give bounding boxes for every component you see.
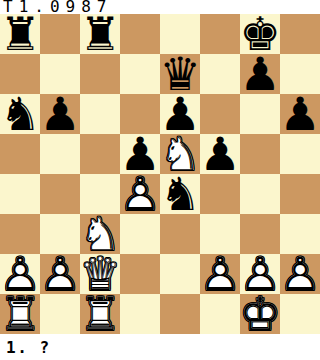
square-a6[interactable]: ♞ xyxy=(0,94,40,134)
square-d1[interactable] xyxy=(120,294,160,334)
black-pawn: ♟ xyxy=(40,94,80,134)
white-rook-outline: ♖ xyxy=(0,294,40,334)
square-b1[interactable] xyxy=(40,294,80,334)
square-g3[interactable] xyxy=(240,214,280,254)
square-f6[interactable] xyxy=(200,94,240,134)
square-a1[interactable]: ♜♖ xyxy=(0,294,40,334)
white-pawn: ♟ xyxy=(280,254,320,294)
white-king-outline: ♔ xyxy=(240,294,280,334)
square-f8[interactable] xyxy=(200,14,240,54)
black-queen: ♛ xyxy=(160,54,200,94)
square-e2[interactable] xyxy=(160,254,200,294)
white-knight-outline: ♘ xyxy=(160,134,200,174)
square-b4[interactable] xyxy=(40,174,80,214)
square-h2[interactable]: ♟♙ xyxy=(280,254,320,294)
square-g2[interactable]: ♟♙ xyxy=(240,254,280,294)
square-a5[interactable] xyxy=(0,134,40,174)
square-h8[interactable] xyxy=(280,14,320,54)
square-a4[interactable] xyxy=(0,174,40,214)
square-b5[interactable] xyxy=(40,134,80,174)
square-h4[interactable] xyxy=(280,174,320,214)
square-b6[interactable]: ♟ xyxy=(40,94,80,134)
square-f1[interactable] xyxy=(200,294,240,334)
white-rook: ♜ xyxy=(0,294,40,334)
square-d4[interactable]: ♟♙ xyxy=(120,174,160,214)
square-e6[interactable]: ♟ xyxy=(160,94,200,134)
square-a2[interactable]: ♟♙ xyxy=(0,254,40,294)
square-d3[interactable] xyxy=(120,214,160,254)
white-pawn-outline: ♙ xyxy=(240,254,280,294)
white-pawn-outline: ♙ xyxy=(120,174,160,214)
black-pawn: ♟ xyxy=(240,54,280,94)
black-pawn: ♟ xyxy=(200,134,240,174)
white-queen-outline: ♕ xyxy=(80,254,120,294)
white-pawn-outline: ♙ xyxy=(280,254,320,294)
white-rook-outline: ♖ xyxy=(80,294,120,334)
white-rook: ♜ xyxy=(80,294,120,334)
square-f4[interactable] xyxy=(200,174,240,214)
puzzle-id: T1.0987 xyxy=(0,0,320,14)
black-rook: ♜ xyxy=(80,14,120,54)
square-c2[interactable]: ♛♕ xyxy=(80,254,120,294)
square-e8[interactable] xyxy=(160,14,200,54)
white-knight: ♞ xyxy=(160,134,200,174)
square-g7[interactable]: ♟ xyxy=(240,54,280,94)
square-c8[interactable]: ♜ xyxy=(80,14,120,54)
square-g1[interactable]: ♚♔ xyxy=(240,294,280,334)
square-a7[interactable] xyxy=(0,54,40,94)
square-g4[interactable] xyxy=(240,174,280,214)
square-d7[interactable] xyxy=(120,54,160,94)
square-e5[interactable]: ♞♘ xyxy=(160,134,200,174)
square-e1[interactable] xyxy=(160,294,200,334)
square-h6[interactable]: ♟ xyxy=(280,94,320,134)
black-knight: ♞ xyxy=(160,174,200,214)
square-e4[interactable]: ♞ xyxy=(160,174,200,214)
square-c4[interactable] xyxy=(80,174,120,214)
square-h7[interactable] xyxy=(280,54,320,94)
square-c5[interactable] xyxy=(80,134,120,174)
square-f7[interactable] xyxy=(200,54,240,94)
white-pawn-outline: ♙ xyxy=(40,254,80,294)
square-c6[interactable] xyxy=(80,94,120,134)
square-b7[interactable] xyxy=(40,54,80,94)
square-d2[interactable] xyxy=(120,254,160,294)
square-c1[interactable]: ♜♖ xyxy=(80,294,120,334)
white-pawn-outline: ♙ xyxy=(200,254,240,294)
square-h1[interactable] xyxy=(280,294,320,334)
white-queen: ♛ xyxy=(80,254,120,294)
square-b8[interactable] xyxy=(40,14,80,54)
square-d8[interactable] xyxy=(120,14,160,54)
white-pawn: ♟ xyxy=(120,174,160,214)
square-a8[interactable]: ♜ xyxy=(0,14,40,54)
square-h3[interactable] xyxy=(280,214,320,254)
black-pawn: ♟ xyxy=(280,94,320,134)
square-f2[interactable]: ♟♙ xyxy=(200,254,240,294)
square-d5[interactable]: ♟ xyxy=(120,134,160,174)
black-rook: ♜ xyxy=(0,14,40,54)
white-pawn: ♟ xyxy=(200,254,240,294)
white-pawn: ♟ xyxy=(240,254,280,294)
square-f3[interactable] xyxy=(200,214,240,254)
white-pawn: ♟ xyxy=(0,254,40,294)
white-knight: ♞ xyxy=(80,214,120,254)
square-a3[interactable] xyxy=(0,214,40,254)
chess-board: ♜♜♚♛♟♞♟♟♟♟♞♘♟♟♙♞♞♘♟♙♟♙♛♕♟♙♟♙♟♙♜♖♜♖♚♔ xyxy=(0,14,320,334)
move-prompt: 1. ? xyxy=(0,334,320,360)
square-h5[interactable] xyxy=(280,134,320,174)
square-e3[interactable] xyxy=(160,214,200,254)
white-pawn: ♟ xyxy=(40,254,80,294)
square-g8[interactable]: ♚ xyxy=(240,14,280,54)
square-b2[interactable]: ♟♙ xyxy=(40,254,80,294)
black-pawn: ♟ xyxy=(160,94,200,134)
square-d6[interactable] xyxy=(120,94,160,134)
black-knight: ♞ xyxy=(0,94,40,134)
white-knight-outline: ♘ xyxy=(80,214,120,254)
square-c7[interactable] xyxy=(80,54,120,94)
square-f5[interactable]: ♟ xyxy=(200,134,240,174)
black-king: ♚ xyxy=(240,14,280,54)
white-pawn-outline: ♙ xyxy=(0,254,40,294)
black-pawn: ♟ xyxy=(120,134,160,174)
square-g6[interactable] xyxy=(240,94,280,134)
square-e7[interactable]: ♛ xyxy=(160,54,200,94)
square-b3[interactable] xyxy=(40,214,80,254)
white-king: ♚ xyxy=(240,294,280,334)
square-c3[interactable]: ♞♘ xyxy=(80,214,120,254)
square-g5[interactable] xyxy=(240,134,280,174)
